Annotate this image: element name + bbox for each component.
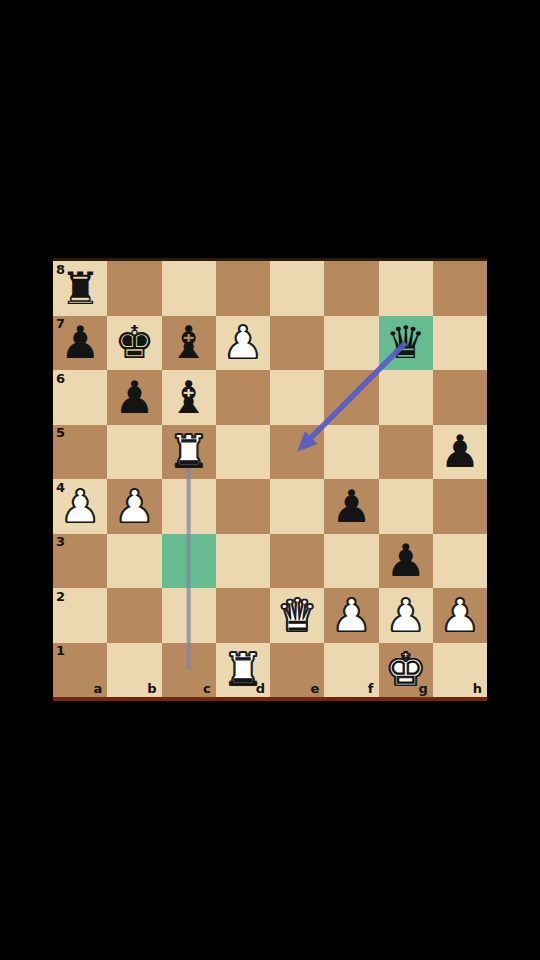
rank-label-8: 8 bbox=[56, 263, 76, 276]
file-label-a: a bbox=[53, 682, 107, 695]
file-label-f: f bbox=[324, 682, 378, 695]
rank-label-1: 1 bbox=[56, 644, 76, 657]
chess-board[interactable]: ♜♟♚♝♟♛♟♝♜♟♟♟♟♟♛♟♟♟♜♚ 87654321abcdefgh bbox=[53, 261, 487, 697]
file-label-h: h bbox=[433, 682, 487, 695]
file-label-d: d bbox=[216, 682, 270, 695]
board-bottom-edge bbox=[53, 697, 487, 701]
labels-layer: 87654321abcdefgh bbox=[53, 261, 487, 697]
file-label-b: b bbox=[107, 682, 161, 695]
rank-label-3: 3 bbox=[56, 535, 76, 548]
file-label-c: c bbox=[162, 682, 216, 695]
screen-background: ♜♟♚♝♟♛♟♝♜♟♟♟♟♟♛♟♟♟♜♚ 87654321abcdefgh bbox=[0, 0, 540, 960]
rank-label-2: 2 bbox=[56, 590, 76, 603]
rank-label-5: 5 bbox=[56, 426, 76, 439]
rank-label-6: 6 bbox=[56, 372, 76, 385]
rank-label-4: 4 bbox=[56, 481, 76, 494]
file-label-g: g bbox=[379, 682, 433, 695]
file-label-e: e bbox=[270, 682, 324, 695]
rank-label-7: 7 bbox=[56, 317, 76, 330]
